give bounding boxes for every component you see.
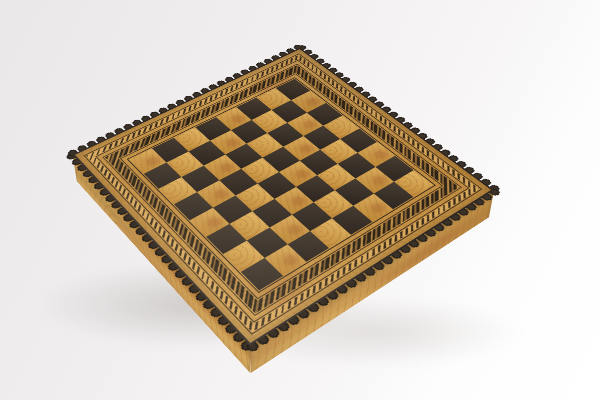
board-square: [394, 170, 433, 197]
board-square: [258, 172, 296, 199]
board-square: [292, 202, 332, 231]
board-square: [265, 244, 307, 276]
board-square: [252, 199, 292, 228]
board-square: [236, 184, 275, 212]
board-square: [206, 224, 247, 254]
board-square: [314, 190, 354, 218]
product-photo[interactable]: [0, 0, 600, 400]
board-square: [174, 192, 213, 220]
board-square: [296, 175, 335, 202]
board-top-face: [72, 48, 494, 346]
board-square: [219, 169, 257, 196]
board-square: [274, 187, 313, 215]
board-square: [197, 180, 236, 207]
board-square: [190, 208, 230, 237]
board-square: [159, 177, 197, 204]
board-square: [353, 194, 393, 222]
board-square: [241, 258, 283, 291]
board-square: [223, 241, 264, 272]
board-square: [213, 195, 252, 223]
stage: [0, 0, 600, 400]
board-square: [270, 215, 310, 245]
chess-board-box: [72, 48, 494, 346]
board-square: [332, 206, 372, 235]
board-square: [288, 231, 329, 262]
board-square: [247, 227, 288, 257]
board-square: [230, 211, 270, 240]
board-square: [310, 218, 351, 248]
board-square: [335, 178, 374, 205]
board-square: [374, 182, 413, 209]
